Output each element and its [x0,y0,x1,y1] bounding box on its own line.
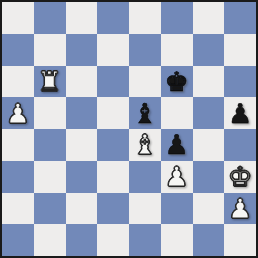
square-f6[interactable]: ♚ [161,66,193,98]
square-d5[interactable] [97,97,129,129]
square-f3[interactable]: ♟ [161,161,193,193]
square-c2[interactable] [66,193,98,225]
square-d3[interactable] [97,161,129,193]
square-e2[interactable] [129,193,161,225]
square-e1[interactable] [129,224,161,256]
square-d7[interactable] [97,34,129,66]
square-b6[interactable]: ♜ [34,66,66,98]
square-h6[interactable] [224,66,256,98]
black-king: ♚ [165,66,189,97]
white-king: ♚ [228,161,252,192]
square-b7[interactable] [34,34,66,66]
square-d8[interactable] [97,2,129,34]
square-b3[interactable] [34,161,66,193]
square-c6[interactable] [66,66,98,98]
square-g7[interactable] [193,34,225,66]
square-g8[interactable] [193,2,225,34]
square-c4[interactable] [66,129,98,161]
square-c3[interactable] [66,161,98,193]
square-f8[interactable] [161,2,193,34]
square-f7[interactable] [161,34,193,66]
square-g2[interactable] [193,193,225,225]
square-c7[interactable] [66,34,98,66]
square-g3[interactable] [193,161,225,193]
square-a1[interactable] [2,224,34,256]
black-bishop: ♝ [133,98,157,129]
square-d6[interactable] [97,66,129,98]
chess-app: ♜♚♟♝♟♝♟♟♚♟ [0,0,258,258]
square-c1[interactable] [66,224,98,256]
square-a4[interactable] [2,129,34,161]
square-g1[interactable] [193,224,225,256]
square-a3[interactable] [2,161,34,193]
square-f5[interactable] [161,97,193,129]
square-a6[interactable] [2,66,34,98]
square-a8[interactable] [2,2,34,34]
square-h4[interactable] [224,129,256,161]
square-h2[interactable]: ♟ [224,193,256,225]
square-d2[interactable] [97,193,129,225]
white-pawn: ♟ [6,98,30,129]
square-h7[interactable] [224,34,256,66]
square-h8[interactable] [224,2,256,34]
square-h3[interactable]: ♚ [224,161,256,193]
square-e6[interactable] [129,66,161,98]
white-rook: ♜ [38,66,62,97]
square-e3[interactable] [129,161,161,193]
square-b1[interactable] [34,224,66,256]
square-g5[interactable] [193,97,225,129]
square-a5[interactable]: ♟ [2,97,34,129]
square-c5[interactable] [66,97,98,129]
square-a2[interactable] [2,193,34,225]
square-e5[interactable]: ♝ [129,97,161,129]
black-pawn: ♟ [165,129,189,160]
square-b2[interactable] [34,193,66,225]
square-f2[interactable] [161,193,193,225]
black-pawn: ♟ [228,98,252,129]
square-g6[interactable] [193,66,225,98]
square-h5[interactable]: ♟ [224,97,256,129]
white-pawn: ♟ [165,161,189,192]
chess-board: ♜♚♟♝♟♝♟♟♚♟ [0,0,258,258]
square-b4[interactable] [34,129,66,161]
white-pawn: ♟ [228,193,252,224]
square-a7[interactable] [2,34,34,66]
white-bishop: ♝ [133,129,157,160]
square-b5[interactable] [34,97,66,129]
square-f1[interactable] [161,224,193,256]
square-d4[interactable] [97,129,129,161]
square-c8[interactable] [66,2,98,34]
square-h1[interactable] [224,224,256,256]
square-b8[interactable] [34,2,66,34]
square-e4[interactable]: ♝ [129,129,161,161]
square-g4[interactable] [193,129,225,161]
square-e7[interactable] [129,34,161,66]
square-e8[interactable] [129,2,161,34]
square-f4[interactable]: ♟ [161,129,193,161]
square-d1[interactable] [97,224,129,256]
